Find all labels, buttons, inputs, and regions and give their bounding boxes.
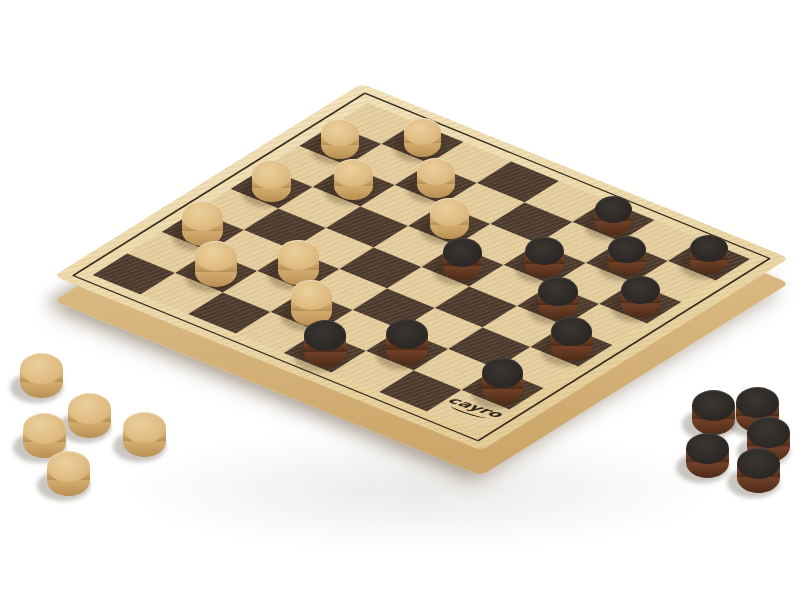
piece-top bbox=[417, 158, 455, 186]
checker-piece-light[interactable] bbox=[417, 158, 455, 198]
checker-piece-light[interactable] bbox=[252, 160, 292, 202]
piece-top bbox=[182, 201, 223, 231]
piece-top bbox=[123, 412, 166, 443]
checker-piece-dark[interactable] bbox=[608, 236, 646, 276]
piece-top bbox=[595, 196, 633, 223]
checker-piece-light[interactable] bbox=[404, 118, 442, 157]
checker-piece-dark[interactable] bbox=[386, 319, 428, 365]
piece-top bbox=[23, 413, 66, 444]
checker-piece-light[interactable] bbox=[123, 412, 166, 457]
checker-piece-dark[interactable] bbox=[737, 448, 780, 493]
piece-top bbox=[386, 319, 428, 349]
piece-top bbox=[736, 387, 779, 418]
piece-top bbox=[20, 353, 63, 384]
piece-top bbox=[304, 320, 347, 351]
piece-top bbox=[737, 448, 780, 479]
piece-top bbox=[525, 237, 564, 265]
checker-piece-light[interactable] bbox=[321, 119, 359, 159]
checker-piece-light[interactable] bbox=[182, 201, 223, 246]
checker-piece-light[interactable] bbox=[20, 353, 63, 398]
piece-top bbox=[404, 118, 442, 145]
piece-top bbox=[621, 276, 660, 304]
piece-top bbox=[334, 159, 373, 187]
piece-top bbox=[538, 277, 578, 306]
piece-top bbox=[551, 317, 592, 346]
piece-top bbox=[686, 433, 729, 464]
piece-top bbox=[252, 160, 292, 189]
checker-piece-dark[interactable] bbox=[538, 277, 578, 319]
checker-piece-dark[interactable] bbox=[551, 317, 592, 361]
piece-top bbox=[278, 240, 319, 270]
checker-piece-dark[interactable] bbox=[304, 320, 347, 367]
piece-top bbox=[47, 451, 90, 482]
checker-piece-light[interactable] bbox=[430, 198, 469, 239]
piece-top bbox=[747, 417, 790, 448]
checker-piece-dark[interactable] bbox=[482, 358, 524, 404]
checker-piece-dark[interactable] bbox=[595, 196, 633, 235]
checker-piece-light[interactable] bbox=[334, 159, 373, 200]
piece-top bbox=[692, 390, 735, 421]
checker-piece-dark[interactable] bbox=[621, 276, 660, 317]
checker-piece-dark[interactable] bbox=[525, 237, 564, 278]
photo-scene: cayro bbox=[0, 0, 810, 607]
piece-top bbox=[68, 393, 111, 424]
checker-piece-light[interactable] bbox=[278, 240, 319, 285]
checker-piece-dark[interactable] bbox=[443, 238, 483, 280]
checker-piece-light[interactable] bbox=[195, 241, 237, 287]
piece-top bbox=[443, 238, 483, 267]
checker-piece-dark[interactable] bbox=[690, 235, 728, 274]
checker-piece-light[interactable] bbox=[68, 393, 111, 438]
piece-top bbox=[195, 241, 237, 271]
piece-top bbox=[690, 235, 728, 262]
checker-piece-light[interactable] bbox=[47, 451, 90, 496]
piece-top bbox=[608, 236, 646, 264]
piece-top bbox=[430, 198, 469, 226]
checker-piece-dark[interactable] bbox=[692, 390, 735, 435]
checker-piece-dark[interactable] bbox=[686, 433, 729, 478]
